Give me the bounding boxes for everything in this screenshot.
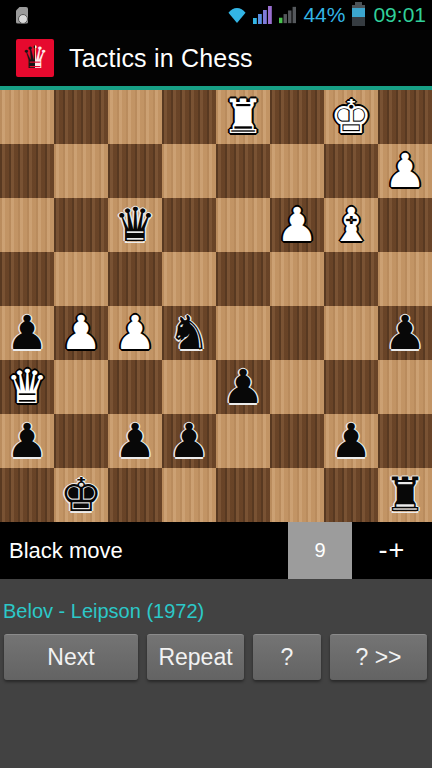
- square-f2[interactable]: [270, 414, 324, 468]
- move-number-stepper-button[interactable]: -+: [352, 522, 432, 579]
- square-d7[interactable]: [162, 144, 216, 198]
- square-g8[interactable]: ♚: [324, 90, 378, 144]
- square-a1[interactable]: [0, 468, 54, 522]
- chess-piece-wP-f6[interactable]: ♟: [270, 198, 324, 252]
- sim-card-icon: [16, 7, 28, 24]
- square-e4[interactable]: [216, 306, 270, 360]
- hint-button[interactable]: ?: [253, 634, 321, 680]
- show-solution-button[interactable]: ? >>: [330, 634, 427, 680]
- square-g6[interactable]: ♝: [324, 198, 378, 252]
- move-number-box[interactable]: 9: [288, 522, 352, 579]
- square-a5[interactable]: [0, 252, 54, 306]
- square-e6[interactable]: [216, 198, 270, 252]
- square-h1[interactable]: ♜: [378, 468, 432, 522]
- chess-piece-wP-h7[interactable]: ♟: [378, 144, 432, 198]
- square-c5[interactable]: [108, 252, 162, 306]
- square-h5[interactable]: [378, 252, 432, 306]
- chess-board[interactable]: ♜♚♟♛♟♝♟♟♟♞♟♛♟♟♟♟♟♚♜: [0, 90, 432, 522]
- square-c8[interactable]: [108, 90, 162, 144]
- move-bar: Black move 9 -+: [0, 522, 432, 579]
- square-g4[interactable]: [324, 306, 378, 360]
- square-b6[interactable]: [54, 198, 108, 252]
- status-bar: 44% 09:01: [0, 0, 432, 30]
- square-a7[interactable]: [0, 144, 54, 198]
- square-f3[interactable]: [270, 360, 324, 414]
- square-h3[interactable]: [378, 360, 432, 414]
- square-d5[interactable]: [162, 252, 216, 306]
- app-title: Tactics in Chess: [69, 44, 253, 73]
- square-e5[interactable]: [216, 252, 270, 306]
- chess-piece-bP-d2[interactable]: ♟: [162, 414, 216, 468]
- chess-piece-bP-c2[interactable]: ♟: [108, 414, 162, 468]
- square-h6[interactable]: [378, 198, 432, 252]
- square-g2[interactable]: ♟: [324, 414, 378, 468]
- square-a3[interactable]: ♛: [0, 360, 54, 414]
- square-h7[interactable]: ♟: [378, 144, 432, 198]
- square-d3[interactable]: [162, 360, 216, 414]
- repeat-button[interactable]: Repeat: [147, 634, 244, 680]
- square-e7[interactable]: [216, 144, 270, 198]
- square-a2[interactable]: ♟: [0, 414, 54, 468]
- square-e2[interactable]: [216, 414, 270, 468]
- square-f5[interactable]: [270, 252, 324, 306]
- square-f4[interactable]: [270, 306, 324, 360]
- square-c4[interactable]: ♟: [108, 306, 162, 360]
- chess-piece-wP-c4[interactable]: ♟: [108, 306, 162, 360]
- square-b7[interactable]: [54, 144, 108, 198]
- bottom-panel: Belov - Leipson (1972) Next Repeat ? ? >…: [0, 579, 432, 768]
- square-d8[interactable]: [162, 90, 216, 144]
- chess-piece-bP-g2[interactable]: ♟: [324, 414, 378, 468]
- square-b1[interactable]: ♚: [54, 468, 108, 522]
- square-g1[interactable]: [324, 468, 378, 522]
- square-c6[interactable]: ♛: [108, 198, 162, 252]
- square-b5[interactable]: [54, 252, 108, 306]
- chess-piece-wK-g8[interactable]: ♚: [324, 90, 378, 144]
- square-c3[interactable]: [108, 360, 162, 414]
- square-h4[interactable]: ♟: [378, 306, 432, 360]
- square-b8[interactable]: [54, 90, 108, 144]
- chess-piece-bR-h1[interactable]: ♜: [378, 468, 432, 522]
- signal-bars-icon: [253, 6, 274, 24]
- square-a8[interactable]: [0, 90, 54, 144]
- chess-piece-wB-g6[interactable]: ♝: [324, 198, 378, 252]
- square-e3[interactable]: ♟: [216, 360, 270, 414]
- battery-icon: [352, 5, 365, 26]
- square-f8[interactable]: [270, 90, 324, 144]
- square-h2[interactable]: [378, 414, 432, 468]
- chess-piece-bP-e3[interactable]: ♟: [216, 360, 270, 414]
- chess-piece-bN-d4[interactable]: ♞: [162, 306, 216, 360]
- chess-piece-wQ-a3[interactable]: ♛: [0, 360, 54, 414]
- button-row: Next Repeat ? ? >>: [0, 634, 432, 680]
- square-b2[interactable]: [54, 414, 108, 468]
- square-f1[interactable]: [270, 468, 324, 522]
- square-e8[interactable]: ♜: [216, 90, 270, 144]
- square-d6[interactable]: [162, 198, 216, 252]
- square-g3[interactable]: [324, 360, 378, 414]
- square-d4[interactable]: ♞: [162, 306, 216, 360]
- square-d1[interactable]: [162, 468, 216, 522]
- mobile-signal-bars-icon: [279, 6, 298, 24]
- next-button[interactable]: Next: [4, 634, 138, 680]
- turn-indicator-label: Black move: [0, 522, 288, 579]
- clock: 09:01: [373, 3, 426, 27]
- square-e1[interactable]: [216, 468, 270, 522]
- square-a6[interactable]: [0, 198, 54, 252]
- square-g5[interactable]: [324, 252, 378, 306]
- app-logo-chess-queen-icon: ♛ ♛: [16, 39, 54, 77]
- square-d2[interactable]: ♟: [162, 414, 216, 468]
- square-a4[interactable]: ♟: [0, 306, 54, 360]
- chess-piece-wR-e8[interactable]: ♜: [216, 90, 270, 144]
- chess-piece-bK-b1[interactable]: ♚: [54, 468, 108, 522]
- square-c7[interactable]: [108, 144, 162, 198]
- chess-piece-bP-a2[interactable]: ♟: [0, 414, 54, 468]
- square-f7[interactable]: [270, 144, 324, 198]
- square-b4[interactable]: ♟: [54, 306, 108, 360]
- chess-piece-wP-b4[interactable]: ♟: [54, 306, 108, 360]
- chess-piece-bQ-c6[interactable]: ♛: [108, 198, 162, 252]
- puzzle-caption: Belov - Leipson (1972): [0, 600, 432, 623]
- battery-percent: 44%: [303, 3, 345, 27]
- chess-piece-bP-h4[interactable]: ♟: [378, 306, 432, 360]
- square-h8[interactable]: [378, 90, 432, 144]
- app-bar: ♛ ♛ Tactics in Chess: [0, 30, 432, 86]
- square-c2[interactable]: ♟: [108, 414, 162, 468]
- square-c1[interactable]: [108, 468, 162, 522]
- square-f6[interactable]: ♟: [270, 198, 324, 252]
- wifi-icon: [226, 6, 248, 24]
- square-g7[interactable]: [324, 144, 378, 198]
- chess-piece-bP-a4[interactable]: ♟: [0, 306, 54, 360]
- square-b3[interactable]: [54, 360, 108, 414]
